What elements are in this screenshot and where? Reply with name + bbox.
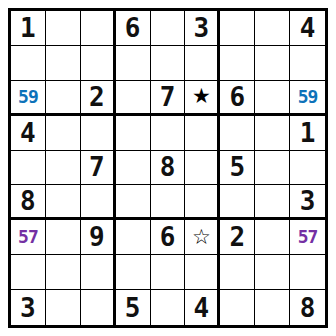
given-digit: 8 xyxy=(20,188,36,214)
clue-blue: 59 xyxy=(18,88,38,106)
cell-r8c3[interactable] xyxy=(81,255,116,290)
star-filled-icon: ★ xyxy=(192,86,211,107)
cell-r6c1[interactable]: 8 xyxy=(11,185,46,220)
cell-r4c8[interactable] xyxy=(255,116,290,151)
cell-r2c6[interactable] xyxy=(185,46,220,81)
cell-r6c3[interactable] xyxy=(81,185,116,220)
cell-r3c6[interactable]: ★ xyxy=(185,81,220,116)
cell-r6c2[interactable] xyxy=(46,185,81,220)
cell-r6c4[interactable] xyxy=(116,185,151,220)
cell-r5c6[interactable] xyxy=(185,151,220,186)
cell-r6c8[interactable] xyxy=(255,185,290,220)
cell-r8c1[interactable] xyxy=(11,255,46,290)
cell-r2c1[interactable] xyxy=(11,46,46,81)
cell-r1c1[interactable]: 1 xyxy=(11,11,46,46)
cell-r3c8[interactable] xyxy=(255,81,290,116)
cell-r2c7[interactable] xyxy=(220,46,255,81)
cell-r2c8[interactable] xyxy=(255,46,290,81)
given-digit: 7 xyxy=(89,154,105,180)
cell-r8c6[interactable] xyxy=(185,255,220,290)
cell-r9c4[interactable]: 5 xyxy=(116,290,151,325)
given-digit: 2 xyxy=(89,84,105,110)
cell-r2c9[interactable] xyxy=(290,46,325,81)
cell-r4c5[interactable] xyxy=(151,116,186,151)
cell-r5c3[interactable]: 7 xyxy=(81,151,116,186)
cell-r9c6[interactable]: 4 xyxy=(185,290,220,325)
cell-r6c9[interactable]: 3 xyxy=(290,185,325,220)
cell-r9c8[interactable] xyxy=(255,290,290,325)
cell-r7c1[interactable]: 57 xyxy=(11,220,46,255)
given-digit: 8 xyxy=(300,295,316,321)
given-digit: 1 xyxy=(300,120,316,146)
cell-r1c3[interactable] xyxy=(81,11,116,46)
cell-r6c5[interactable] xyxy=(151,185,186,220)
given-digit: 3 xyxy=(300,188,316,214)
given-digit: 3 xyxy=(20,295,36,321)
cell-r8c5[interactable] xyxy=(151,255,186,290)
star-open-icon: ☆ xyxy=(192,227,211,248)
cell-r4c6[interactable] xyxy=(185,116,220,151)
clue-blue: 59 xyxy=(298,88,318,106)
cell-r1c9[interactable]: 4 xyxy=(290,11,325,46)
cell-r4c2[interactable] xyxy=(46,116,81,151)
cell-r9c3[interactable] xyxy=(81,290,116,325)
cell-r8c8[interactable] xyxy=(255,255,290,290)
cell-r3c7[interactable]: 6 xyxy=(220,81,255,116)
cell-r5c4[interactable] xyxy=(116,151,151,186)
cell-r8c2[interactable] xyxy=(46,255,81,290)
given-digit: 2 xyxy=(229,224,245,250)
cell-r5c2[interactable] xyxy=(46,151,81,186)
given-digit: 5 xyxy=(229,154,245,180)
given-digit: 3 xyxy=(194,15,210,41)
cell-r1c7[interactable] xyxy=(220,11,255,46)
cell-r7c6[interactable]: ☆ xyxy=(185,220,220,255)
given-digit: 7 xyxy=(160,84,176,110)
cell-r4c1[interactable]: 4 xyxy=(11,116,46,151)
given-digit: 4 xyxy=(194,295,210,321)
clue-purple: 57 xyxy=(18,228,38,246)
cell-r3c4[interactable] xyxy=(116,81,151,116)
cell-r7c3[interactable]: 9 xyxy=(81,220,116,255)
cell-r5c9[interactable] xyxy=(290,151,325,186)
cell-r3c5[interactable]: 7 xyxy=(151,81,186,116)
cell-r9c1[interactable]: 3 xyxy=(11,290,46,325)
cell-r7c8[interactable] xyxy=(255,220,290,255)
given-digit: 6 xyxy=(229,84,245,110)
given-digit: 9 xyxy=(89,224,105,250)
cell-r9c7[interactable] xyxy=(220,290,255,325)
cell-r5c1[interactable] xyxy=(11,151,46,186)
given-digit: 6 xyxy=(160,224,176,250)
cell-r2c3[interactable] xyxy=(81,46,116,81)
cell-r7c2[interactable] xyxy=(46,220,81,255)
cell-r5c7[interactable]: 5 xyxy=(220,151,255,186)
cell-r4c4[interactable] xyxy=(116,116,151,151)
cell-r7c7[interactable]: 2 xyxy=(220,220,255,255)
cell-r1c5[interactable] xyxy=(151,11,186,46)
cell-r2c5[interactable] xyxy=(151,46,186,81)
cell-r1c2[interactable] xyxy=(46,11,81,46)
cell-r1c4[interactable]: 6 xyxy=(116,11,151,46)
cell-r7c4[interactable] xyxy=(116,220,151,255)
cell-r8c7[interactable] xyxy=(220,255,255,290)
given-digit: 1 xyxy=(20,15,36,41)
given-digit: 4 xyxy=(300,15,316,41)
given-digit: 8 xyxy=(160,154,176,180)
cell-r1c8[interactable] xyxy=(255,11,290,46)
cell-r5c8[interactable] xyxy=(255,151,290,186)
cell-r8c9[interactable] xyxy=(290,255,325,290)
cell-r7c5[interactable]: 6 xyxy=(151,220,186,255)
cell-r4c3[interactable] xyxy=(81,116,116,151)
cell-r6c6[interactable] xyxy=(185,185,220,220)
cell-r9c9[interactable]: 8 xyxy=(290,290,325,325)
given-digit: 4 xyxy=(20,120,36,146)
given-digit: 5 xyxy=(125,295,141,321)
cell-r6c7[interactable] xyxy=(220,185,255,220)
page: { "game": "sudoku", "variant_note": "9x9… xyxy=(0,0,336,336)
cell-r7c9[interactable]: 57 xyxy=(290,220,325,255)
cell-r2c2[interactable] xyxy=(46,46,81,81)
given-digit: 6 xyxy=(125,15,141,41)
cell-r9c5[interactable] xyxy=(151,290,186,325)
cell-r3c3[interactable]: 2 xyxy=(81,81,116,116)
cell-r3c1[interactable]: 59 xyxy=(11,81,46,116)
cell-r2c4[interactable] xyxy=(116,46,151,81)
cell-r9c2[interactable] xyxy=(46,290,81,325)
cell-r5c5[interactable]: 8 xyxy=(151,151,186,186)
clue-purple: 57 xyxy=(298,228,318,246)
cell-r4c7[interactable] xyxy=(220,116,255,151)
cell-r3c9[interactable]: 59 xyxy=(290,81,325,116)
cell-r3c2[interactable] xyxy=(46,81,81,116)
cell-r8c4[interactable] xyxy=(116,255,151,290)
sudoku-board: 16345927★65941785835796☆2573548 xyxy=(8,8,328,328)
cell-r1c6[interactable]: 3 xyxy=(185,11,220,46)
cell-r4c9[interactable]: 1 xyxy=(290,116,325,151)
